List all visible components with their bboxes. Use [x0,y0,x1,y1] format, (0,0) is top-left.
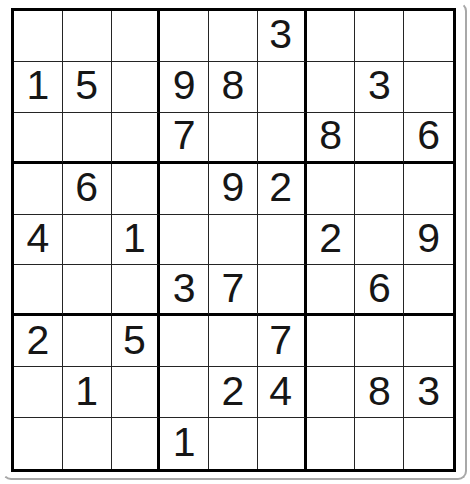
cell-r1c3 [112,11,161,62]
cell-r2c1: 1 [14,62,63,113]
cell-r5c4 [160,215,209,266]
cell-r8c1 [14,367,63,418]
cell-r3c8 [355,113,404,164]
cell-r6c2 [63,265,112,316]
cell-r2c5: 8 [209,62,258,113]
cell-r9c1 [14,418,63,469]
cell-r3c5 [209,113,258,164]
cell-r5c3: 1 [112,215,161,266]
cell-r7c5 [209,316,258,367]
cell-r3c4: 7 [160,113,209,164]
cell-r7c2 [63,316,112,367]
cell-r3c2 [63,113,112,164]
cell-r5c2 [63,215,112,266]
cell-r9c3 [112,418,161,469]
cell-r5c8 [355,215,404,266]
cell-r4c2: 6 [63,164,112,215]
cell-r7c1: 2 [14,316,63,367]
cell-r3c1 [14,113,63,164]
cell-r5c7: 2 [307,215,356,266]
cell-r8c5: 2 [209,367,258,418]
cell-r4c3 [112,164,161,215]
cell-r4c6: 2 [258,164,307,215]
cell-r5c9: 9 [404,215,453,266]
cell-r3c3 [112,113,161,164]
cell-r4c5: 9 [209,164,258,215]
cell-r6c9 [404,265,453,316]
cell-r7c9 [404,316,453,367]
cell-r2c6 [258,62,307,113]
cell-r6c7 [307,265,356,316]
cell-r6c4: 3 [160,265,209,316]
cell-r9c9 [404,418,453,469]
cell-r4c1 [14,164,63,215]
cell-r9c2 [63,418,112,469]
cell-r4c9 [404,164,453,215]
cell-r5c1: 4 [14,215,63,266]
cell-r7c6: 7 [258,316,307,367]
cell-r5c5 [209,215,258,266]
cell-r6c3 [112,265,161,316]
cell-r8c6: 4 [258,367,307,418]
cell-r4c7 [307,164,356,215]
cell-r2c9 [404,62,453,113]
cell-r2c3 [112,62,161,113]
cell-r4c8 [355,164,404,215]
cell-r6c1 [14,265,63,316]
cell-r7c8 [355,316,404,367]
cell-r1c5 [209,11,258,62]
cell-r3c7: 8 [307,113,356,164]
cell-r8c8: 8 [355,367,404,418]
cell-r7c3: 5 [112,316,161,367]
cell-r1c9 [404,11,453,62]
cell-r4c4 [160,164,209,215]
cell-r2c7 [307,62,356,113]
cell-r8c9: 3 [404,367,453,418]
cell-r8c2: 1 [63,367,112,418]
sudoku-board: 3159837866924129376257124831 [11,8,456,472]
cell-r1c1 [14,11,63,62]
cell-r6c8: 6 [355,265,404,316]
cell-r9c4: 1 [160,418,209,469]
cell-r6c5: 7 [209,265,258,316]
sudoku-page: 3159837866924129376257124831 [0,0,470,484]
cell-r3c6 [258,113,307,164]
cell-r1c8 [355,11,404,62]
cell-r8c4 [160,367,209,418]
cell-r9c6 [258,418,307,469]
cell-r6c6 [258,265,307,316]
cell-r9c7 [307,418,356,469]
cell-r2c2: 5 [63,62,112,113]
cell-r3c9: 6 [404,113,453,164]
cell-r2c4: 9 [160,62,209,113]
cell-r1c4 [160,11,209,62]
cell-r2c8: 3 [355,62,404,113]
cell-r5c6 [258,215,307,266]
cell-r7c4 [160,316,209,367]
cell-r1c6: 3 [258,11,307,62]
cell-r1c2 [63,11,112,62]
cell-r9c8 [355,418,404,469]
cell-r8c3 [112,367,161,418]
cell-r9c5 [209,418,258,469]
cell-r8c7 [307,367,356,418]
cell-r7c7 [307,316,356,367]
cell-r1c7 [307,11,356,62]
